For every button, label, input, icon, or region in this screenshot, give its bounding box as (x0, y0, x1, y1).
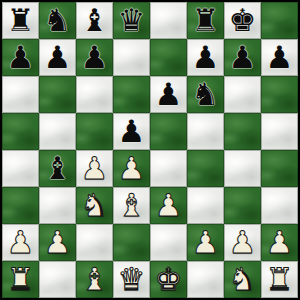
square-d3[interactable]: ♝ (113, 187, 150, 224)
white-pawn[interactable]: ♟ (187, 224, 224, 261)
square-b7[interactable]: ♟ (39, 39, 76, 76)
square-d1[interactable]: ♛ (113, 261, 150, 298)
square-e7[interactable] (150, 39, 187, 76)
square-h3[interactable] (261, 187, 298, 224)
square-f4[interactable] (187, 150, 224, 187)
black-pawn[interactable]: ♟ (76, 39, 113, 76)
square-g8[interactable]: ♚ (224, 2, 261, 39)
square-e8[interactable] (150, 2, 187, 39)
square-f2[interactable]: ♟ (187, 224, 224, 261)
black-knight[interactable]: ♞ (39, 2, 76, 39)
square-e4[interactable] (150, 150, 187, 187)
square-c7[interactable]: ♟ (76, 39, 113, 76)
square-b5[interactable] (39, 113, 76, 150)
square-a4[interactable] (2, 150, 39, 187)
square-c3[interactable]: ♞ (76, 187, 113, 224)
white-queen[interactable]: ♛ (113, 261, 150, 298)
black-pawn[interactable]: ♟ (39, 39, 76, 76)
square-a6[interactable] (2, 76, 39, 113)
square-b1[interactable] (39, 261, 76, 298)
square-g6[interactable] (224, 76, 261, 113)
square-d7[interactable] (113, 39, 150, 76)
black-pawn[interactable]: ♟ (187, 39, 224, 76)
square-h1[interactable]: ♜ (261, 261, 298, 298)
square-b2[interactable]: ♟ (39, 224, 76, 261)
square-h2[interactable]: ♟ (261, 224, 298, 261)
square-f7[interactable]: ♟ (187, 39, 224, 76)
square-d5[interactable]: ♟ (113, 113, 150, 150)
white-knight[interactable]: ♞ (224, 261, 261, 298)
square-g2[interactable]: ♟ (224, 224, 261, 261)
square-a1[interactable]: ♜ (2, 261, 39, 298)
square-g7[interactable]: ♟ (224, 39, 261, 76)
square-a3[interactable] (2, 187, 39, 224)
square-c8[interactable]: ♝ (76, 2, 113, 39)
white-pawn[interactable]: ♟ (39, 224, 76, 261)
square-f1[interactable] (187, 261, 224, 298)
white-rook[interactable]: ♜ (261, 261, 298, 298)
square-f6[interactable]: ♞ (187, 76, 224, 113)
white-pawn[interactable]: ♟ (76, 150, 113, 187)
square-d6[interactable] (113, 76, 150, 113)
black-pawn[interactable]: ♟ (2, 39, 39, 76)
square-e1[interactable]: ♚ (150, 261, 187, 298)
square-d8[interactable]: ♛ (113, 2, 150, 39)
square-b4[interactable]: ♝ (39, 150, 76, 187)
black-rook[interactable]: ♜ (2, 2, 39, 39)
square-a5[interactable] (2, 113, 39, 150)
black-king[interactable]: ♚ (224, 2, 261, 39)
square-c4[interactable]: ♟ (76, 150, 113, 187)
chess-board: ♜♞♝♛♜♚♟♟♟♟♟♟♟♞♟♝♟♟♞♝♟♟♟♟♟♟♜♝♛♚♞♜ (0, 0, 300, 300)
square-b6[interactable] (39, 76, 76, 113)
black-bishop[interactable]: ♝ (39, 150, 76, 187)
square-a2[interactable]: ♟ (2, 224, 39, 261)
square-g4[interactable] (224, 150, 261, 187)
square-h6[interactable] (261, 76, 298, 113)
square-d4[interactable]: ♟ (113, 150, 150, 187)
square-h7[interactable]: ♟ (261, 39, 298, 76)
square-c2[interactable] (76, 224, 113, 261)
white-rook[interactable]: ♜ (2, 261, 39, 298)
square-h4[interactable] (261, 150, 298, 187)
square-a7[interactable]: ♟ (2, 39, 39, 76)
white-pawn[interactable]: ♟ (113, 150, 150, 187)
black-pawn[interactable]: ♟ (261, 39, 298, 76)
white-king[interactable]: ♚ (150, 261, 187, 298)
square-e5[interactable] (150, 113, 187, 150)
square-e3[interactable]: ♟ (150, 187, 187, 224)
white-bishop[interactable]: ♝ (113, 187, 150, 224)
white-pawn[interactable]: ♟ (224, 224, 261, 261)
square-a8[interactable]: ♜ (2, 2, 39, 39)
square-g5[interactable] (224, 113, 261, 150)
white-knight[interactable]: ♞ (76, 187, 113, 224)
square-e6[interactable]: ♟ (150, 76, 187, 113)
black-queen[interactable]: ♛ (113, 2, 150, 39)
square-f5[interactable] (187, 113, 224, 150)
square-f8[interactable]: ♜ (187, 2, 224, 39)
square-h5[interactable] (261, 113, 298, 150)
white-pawn[interactable]: ♟ (261, 224, 298, 261)
square-d2[interactable] (113, 224, 150, 261)
square-c5[interactable] (76, 113, 113, 150)
square-f3[interactable] (187, 187, 224, 224)
black-pawn[interactable]: ♟ (150, 76, 187, 113)
square-g1[interactable]: ♞ (224, 261, 261, 298)
square-b8[interactable]: ♞ (39, 2, 76, 39)
black-knight[interactable]: ♞ (187, 76, 224, 113)
square-c1[interactable]: ♝ (76, 261, 113, 298)
black-pawn[interactable]: ♟ (113, 113, 150, 150)
white-pawn[interactable]: ♟ (150, 187, 187, 224)
white-pawn[interactable]: ♟ (2, 224, 39, 261)
square-c6[interactable] (76, 76, 113, 113)
black-rook[interactable]: ♜ (187, 2, 224, 39)
white-bishop[interactable]: ♝ (76, 261, 113, 298)
square-e2[interactable] (150, 224, 187, 261)
square-g3[interactable] (224, 187, 261, 224)
black-bishop[interactable]: ♝ (76, 2, 113, 39)
square-b3[interactable] (39, 187, 76, 224)
black-pawn[interactable]: ♟ (224, 39, 261, 76)
square-h8[interactable] (261, 2, 298, 39)
